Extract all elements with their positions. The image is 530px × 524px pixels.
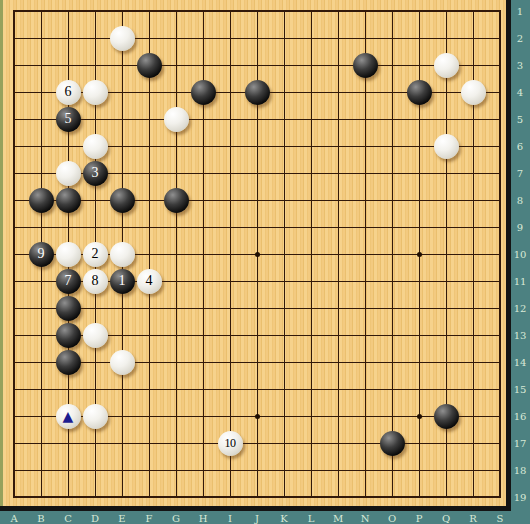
move-number-label: 7 [65,274,72,288]
column-label-Q: Q [442,513,450,524]
black-stone-E11[interactable]: 1 [110,269,135,294]
board-point-E11: 1 [109,268,136,295]
board-point-C14 [55,349,82,376]
row-label-8: 8 [517,195,523,206]
row-label-15: 15 [514,384,527,395]
column-label-S: S [497,513,504,524]
row-coordinates-strip: 12345678910111213141516171819 [511,0,530,524]
column-label-G: G [172,513,180,524]
column-label-P: P [416,513,423,524]
move-number-label: 2 [92,247,99,261]
board-point-F3 [136,52,163,79]
board-point-Q3 [433,52,460,79]
board-point-N3 [352,52,379,79]
row-label-13: 13 [514,330,527,341]
row-label-16: 16 [514,411,527,422]
black-stone-O17[interactable] [380,431,405,456]
row-label-17: 17 [514,438,527,449]
board-point-G8 [163,187,190,214]
white-stone-D4[interactable] [83,80,108,105]
column-label-M: M [333,513,343,524]
move-number-label: 10 [225,437,236,449]
black-stone-E8[interactable] [110,188,135,213]
board-point-D10: 2 [82,241,109,268]
board-point-R4 [460,79,487,106]
row-label-5: 5 [517,114,523,125]
column-label-O: O [388,513,396,524]
board-point-I17: 10 [217,430,244,457]
column-label-D: D [91,513,99,524]
black-stone-P4[interactable] [407,80,432,105]
board-point-C11: 7 [55,268,82,295]
board-point-P4 [406,79,433,106]
board-point-C7 [55,160,82,187]
board-left-edge-strip [0,0,3,506]
row-label-14: 14 [514,357,527,368]
column-label-R: R [469,513,477,524]
move-number-label: 5 [65,112,72,126]
black-stone-C11[interactable]: 7 [56,269,81,294]
white-stone-I17[interactable]: 10 [218,431,243,456]
column-label-H: H [199,513,208,524]
black-stone-C12[interactable] [56,296,81,321]
white-stone-C10[interactable] [56,242,81,267]
board-point-D13 [82,322,109,349]
board-point-Q16 [433,403,460,430]
white-stone-E2[interactable] [110,26,135,51]
triangle-marker-icon: ▲ [63,409,74,423]
board-point-O17 [379,430,406,457]
move-number-label: 6 [65,85,72,99]
white-stone-C4[interactable]: 6 [56,80,81,105]
move-number-label: 1 [119,274,126,288]
board-point-G5 [163,106,190,133]
white-stone-C7[interactable] [56,161,81,186]
column-label-B: B [37,513,44,524]
board-point-D16 [82,403,109,430]
white-stone-D13[interactable] [83,323,108,348]
go-app-window: 653927814▲10 123456789101112131415161718… [0,0,530,524]
board-point-C5: 5 [55,106,82,133]
column-label-A: A [10,513,17,524]
column-label-K: K [280,513,287,524]
board-point-E2 [109,25,136,52]
white-stone-F11[interactable]: 4 [137,269,162,294]
black-stone-H4[interactable] [191,80,216,105]
move-number-label: 9 [38,247,45,261]
stones-grid: 653927814▲10 [1,0,514,511]
black-stone-C8[interactable] [56,188,81,213]
board-point-C13 [55,322,82,349]
white-stone-E14[interactable] [110,350,135,375]
white-stone-D10[interactable]: 2 [83,242,108,267]
column-label-C: C [64,513,72,524]
white-stone-E10[interactable] [110,242,135,267]
board-point-D6 [82,133,109,160]
white-stone-D11[interactable]: 8 [83,269,108,294]
row-label-10: 10 [514,249,527,260]
board-point-C12 [55,295,82,322]
board-point-D4 [82,79,109,106]
black-stone-C5[interactable]: 5 [56,107,81,132]
white-stone-G5[interactable] [164,107,189,132]
row-label-6: 6 [517,141,523,152]
row-label-9: 9 [517,222,523,233]
board-point-D7: 3 [82,160,109,187]
board-point-C16: ▲ [55,403,82,430]
move-number-label: 4 [146,274,153,288]
board-point-E8 [109,187,136,214]
white-stone-D16[interactable] [83,404,108,429]
black-stone-G8[interactable] [164,188,189,213]
column-label-N: N [361,513,370,524]
black-stone-B10[interactable]: 9 [29,242,54,267]
white-stone-D6[interactable] [83,134,108,159]
black-stone-C13[interactable] [56,323,81,348]
row-label-4: 4 [517,87,523,98]
board-point-F11: 4 [136,268,163,295]
black-stone-N3[interactable] [353,53,378,78]
board-point-H4 [190,79,217,106]
move-number-label: 8 [92,274,99,288]
board-point-Q6 [433,133,460,160]
board-point-C10 [55,241,82,268]
board-point-D11: 8 [82,268,109,295]
row-label-2: 2 [517,33,523,44]
board-point-C8 [55,187,82,214]
column-label-E: E [118,513,125,524]
row-label-1: 1 [517,6,523,17]
column-label-J: J [255,513,259,524]
black-stone-B8[interactable] [29,188,54,213]
move-number-label: 3 [92,166,99,180]
white-stone-R4[interactable] [461,80,486,105]
column-label-L: L [308,513,315,524]
black-stone-C14[interactable] [56,350,81,375]
black-stone-J4[interactable] [245,80,270,105]
white-stone-Q6[interactable] [434,134,459,159]
go-board[interactable]: 653927814▲10 [0,0,506,506]
black-stone-D7[interactable]: 3 [83,161,108,186]
row-label-12: 12 [514,303,527,314]
board-point-E14 [109,349,136,376]
column-label-I: I [228,513,232,524]
white-stone-C16[interactable]: ▲ [56,404,81,429]
row-label-11: 11 [514,276,527,287]
row-label-18: 18 [514,465,527,476]
row-label-19: 19 [514,492,527,503]
board-point-B10: 9 [28,241,55,268]
column-coordinates-strip: ABCDEFGHIJKLMNOPQRS [0,511,530,524]
board-point-B8 [28,187,55,214]
white-stone-Q3[interactable] [434,53,459,78]
black-stone-Q16[interactable] [434,404,459,429]
column-label-F: F [146,513,153,524]
board-point-J4 [244,79,271,106]
black-stone-F3[interactable] [137,53,162,78]
row-label-7: 7 [517,168,523,179]
row-label-3: 3 [517,60,523,71]
board-point-C4: 6 [55,79,82,106]
board-point-E10 [109,241,136,268]
